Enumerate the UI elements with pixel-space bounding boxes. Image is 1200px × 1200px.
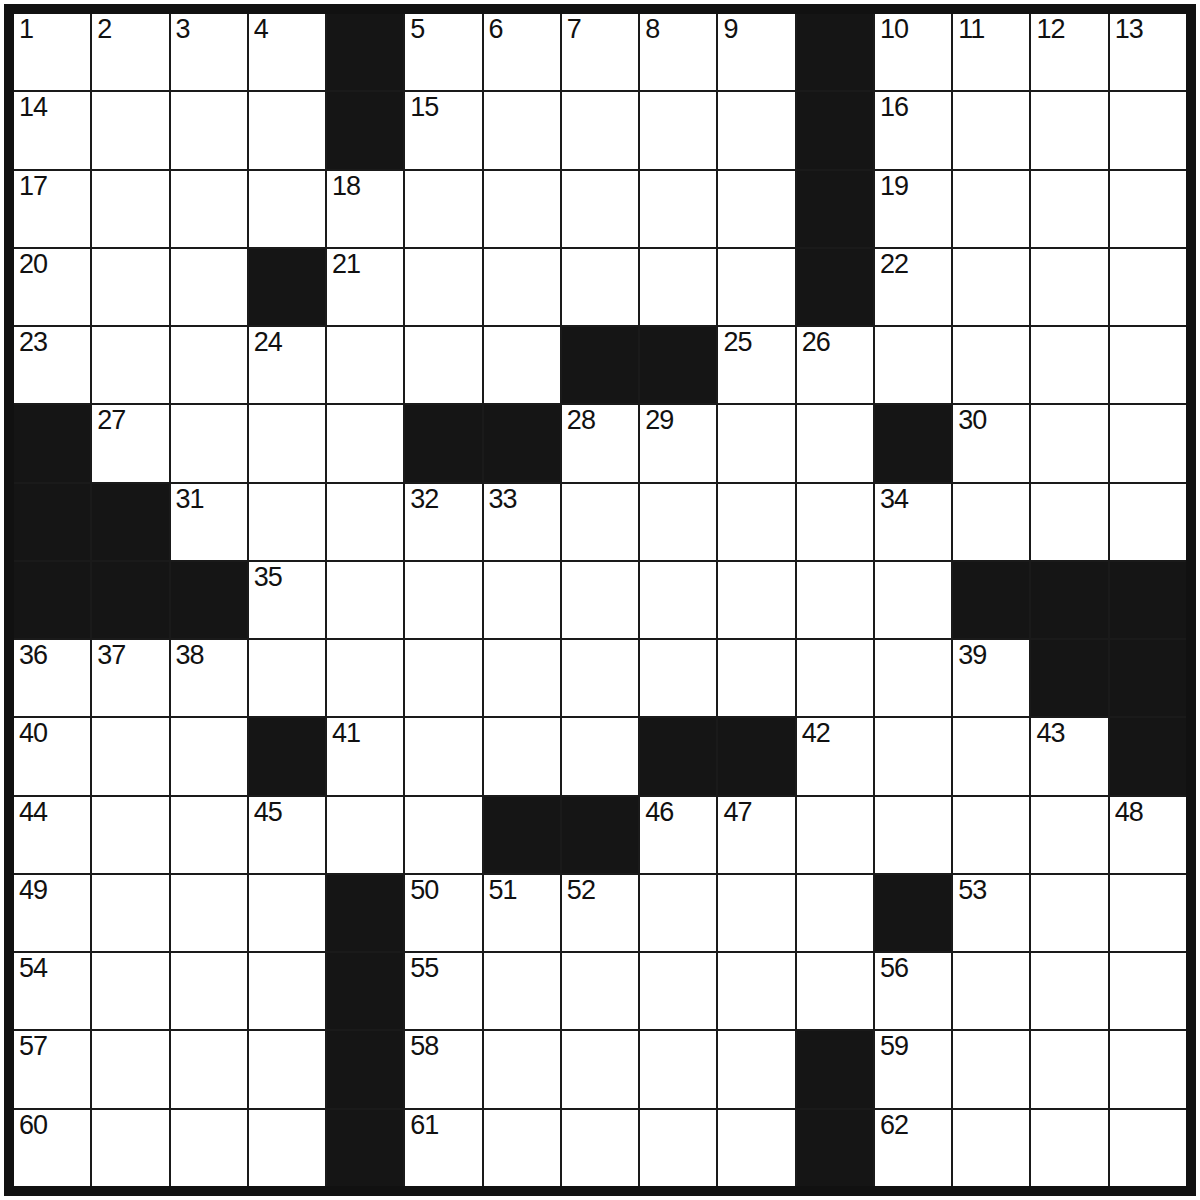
cell-r6c4[interactable] — [249, 405, 325, 481]
clue-number-4: 4 — [254, 15, 268, 43]
cell-r10c6[interactable] — [405, 718, 481, 794]
cell-r12c10[interactable] — [718, 875, 794, 951]
cell-r7c14[interactable] — [1031, 484, 1107, 560]
cell-r5c14[interactable] — [1031, 327, 1107, 403]
clue-number-45: 45 — [254, 798, 282, 826]
cell-r14c8[interactable] — [562, 1031, 638, 1107]
cell-r14c7[interactable] — [484, 1031, 560, 1107]
cell-r11c1[interactable]: 44 — [14, 797, 90, 873]
cell-r13c1[interactable]: 54 — [14, 953, 90, 1029]
cell-r6c10[interactable] — [718, 405, 794, 481]
cell-r2c2[interactable] — [92, 92, 168, 168]
cell-r1c7[interactable]: 6 — [484, 14, 560, 90]
clue-number-7: 7 — [567, 15, 581, 43]
cell-r10c3[interactable] — [171, 718, 247, 794]
cell-r15c1[interactable]: 60 — [14, 1110, 90, 1186]
cell-r3c1[interactable]: 17 — [14, 171, 90, 247]
cell-r11c2[interactable] — [92, 797, 168, 873]
cell-r2c14[interactable] — [1031, 92, 1107, 168]
cell-r15c12[interactable]: 62 — [875, 1110, 951, 1186]
cell-r4c7[interactable] — [484, 249, 560, 325]
black-cell-r4c11 — [797, 249, 873, 325]
cell-r1c3[interactable]: 3 — [171, 14, 247, 90]
cell-r13c7[interactable] — [484, 953, 560, 1029]
clue-number-53: 53 — [958, 876, 986, 904]
crossword-grid: 1234567891011121314151617181920212223242… — [4, 4, 1196, 1196]
cell-r7c11[interactable] — [797, 484, 873, 560]
cell-r5c11[interactable]: 26 — [797, 327, 873, 403]
clue-number-34: 34 — [880, 485, 908, 513]
cell-r15c9[interactable] — [640, 1110, 716, 1186]
cell-r12c13[interactable]: 53 — [953, 875, 1029, 951]
cell-r9c8[interactable] — [562, 640, 638, 716]
cell-r6c9[interactable]: 29 — [640, 405, 716, 481]
cell-r13c4[interactable] — [249, 953, 325, 1029]
cell-r13c13[interactable] — [953, 953, 1029, 1029]
black-cell-r9c15 — [1110, 640, 1186, 716]
clue-number-56: 56 — [880, 954, 908, 982]
cell-r11c13[interactable] — [953, 797, 1029, 873]
clue-number-48: 48 — [1115, 798, 1143, 826]
cell-r13c8[interactable] — [562, 953, 638, 1029]
clue-number-46: 46 — [645, 798, 673, 826]
black-cell-r3c11 — [797, 171, 873, 247]
cell-r10c13[interactable] — [953, 718, 1029, 794]
clue-number-62: 62 — [880, 1111, 908, 1139]
cell-r4c1[interactable]: 20 — [14, 249, 90, 325]
cell-r2c8[interactable] — [562, 92, 638, 168]
clue-number-15: 15 — [410, 93, 438, 121]
cell-r1c6[interactable]: 5 — [405, 14, 481, 90]
cell-r12c4[interactable] — [249, 875, 325, 951]
cell-r15c8[interactable] — [562, 1110, 638, 1186]
clue-number-43: 43 — [1036, 719, 1064, 747]
cell-r10c5[interactable]: 41 — [327, 718, 403, 794]
cell-r1c8[interactable]: 7 — [562, 14, 638, 90]
cell-r15c2[interactable] — [92, 1110, 168, 1186]
cell-r5c13[interactable] — [953, 327, 1029, 403]
black-cell-r11c7 — [484, 797, 560, 873]
black-cell-r5c9 — [640, 327, 716, 403]
cell-r3c2[interactable] — [92, 171, 168, 247]
cell-r9c12[interactable] — [875, 640, 951, 716]
clue-number-57: 57 — [19, 1032, 47, 1060]
cell-r11c6[interactable] — [405, 797, 481, 873]
cell-r8c7[interactable] — [484, 562, 560, 638]
cell-r2c15[interactable] — [1110, 92, 1186, 168]
black-cell-r14c5 — [327, 1031, 403, 1107]
cell-r2c12[interactable]: 16 — [875, 92, 951, 168]
clue-number-9: 9 — [723, 15, 737, 43]
cell-r7c4[interactable] — [249, 484, 325, 560]
cell-r7c5[interactable] — [327, 484, 403, 560]
clue-number-35: 35 — [254, 563, 282, 591]
clue-number-37: 37 — [97, 641, 125, 669]
cell-r11c3[interactable] — [171, 797, 247, 873]
cell-r2c7[interactable] — [484, 92, 560, 168]
cell-r12c2[interactable] — [92, 875, 168, 951]
black-cell-r12c5 — [327, 875, 403, 951]
cell-r1c13[interactable]: 11 — [953, 14, 1029, 90]
cell-r8c11[interactable] — [797, 562, 873, 638]
clue-number-16: 16 — [880, 93, 908, 121]
clue-number-36: 36 — [19, 641, 47, 669]
clue-number-44: 44 — [19, 798, 47, 826]
clue-number-54: 54 — [19, 954, 47, 982]
cell-r6c15[interactable] — [1110, 405, 1186, 481]
clue-number-50: 50 — [410, 876, 438, 904]
cell-r4c15[interactable] — [1110, 249, 1186, 325]
cell-r2c10[interactable] — [718, 92, 794, 168]
black-cell-r6c12 — [875, 405, 951, 481]
clue-number-40: 40 — [19, 719, 47, 747]
cell-r15c14[interactable] — [1031, 1110, 1107, 1186]
cell-r6c2[interactable]: 27 — [92, 405, 168, 481]
cell-r3c5[interactable]: 18 — [327, 171, 403, 247]
cell-r1c9[interactable]: 8 — [640, 14, 716, 90]
cell-r15c13[interactable] — [953, 1110, 1029, 1186]
cell-r6c3[interactable] — [171, 405, 247, 481]
cell-r14c15[interactable] — [1110, 1031, 1186, 1107]
clue-number-42: 42 — [802, 719, 830, 747]
clue-number-26: 26 — [802, 328, 830, 356]
cell-r1c4[interactable]: 4 — [249, 14, 325, 90]
cell-r9c9[interactable] — [640, 640, 716, 716]
cell-r7c9[interactable] — [640, 484, 716, 560]
cell-r10c14[interactable]: 43 — [1031, 718, 1107, 794]
cell-r3c14[interactable] — [1031, 171, 1107, 247]
cell-r15c7[interactable] — [484, 1110, 560, 1186]
clue-number-17: 17 — [19, 172, 47, 200]
cell-r6c5[interactable] — [327, 405, 403, 481]
cell-r6c8[interactable]: 28 — [562, 405, 638, 481]
cell-r9c2[interactable]: 37 — [92, 640, 168, 716]
cell-r12c9[interactable] — [640, 875, 716, 951]
cell-r11c4[interactable]: 45 — [249, 797, 325, 873]
cell-r13c14[interactable] — [1031, 953, 1107, 1029]
black-cell-r7c2 — [92, 484, 168, 560]
cell-r1c2[interactable]: 2 — [92, 14, 168, 90]
cell-r1c1[interactable]: 1 — [14, 14, 90, 90]
black-cell-r2c11 — [797, 92, 873, 168]
clue-number-28: 28 — [567, 406, 595, 434]
cell-r5c2[interactable] — [92, 327, 168, 403]
cell-r10c8[interactable] — [562, 718, 638, 794]
cell-r14c9[interactable] — [640, 1031, 716, 1107]
cell-r12c11[interactable] — [797, 875, 873, 951]
clue-number-32: 32 — [410, 485, 438, 513]
cell-r13c11[interactable] — [797, 953, 873, 1029]
clue-number-22: 22 — [880, 250, 908, 278]
cell-r9c7[interactable] — [484, 640, 560, 716]
cell-r13c10[interactable] — [718, 953, 794, 1029]
cell-r9c6[interactable] — [405, 640, 481, 716]
clue-number-20: 20 — [19, 250, 47, 278]
cell-r11c10[interactable]: 47 — [718, 797, 794, 873]
cell-r13c15[interactable] — [1110, 953, 1186, 1029]
cell-r2c13[interactable] — [953, 92, 1029, 168]
black-cell-r1c5 — [327, 14, 403, 90]
cell-r13c9[interactable] — [640, 953, 716, 1029]
cell-r7c15[interactable] — [1110, 484, 1186, 560]
cell-r6c13[interactable]: 30 — [953, 405, 1029, 481]
clue-number-25: 25 — [723, 328, 751, 356]
clue-number-39: 39 — [958, 641, 986, 669]
black-cell-r4c4 — [249, 249, 325, 325]
clue-number-51: 51 — [489, 876, 517, 904]
cell-r3c13[interactable] — [953, 171, 1029, 247]
cell-r3c3[interactable] — [171, 171, 247, 247]
cell-r13c12[interactable]: 56 — [875, 953, 951, 1029]
cell-r5c10[interactable]: 25 — [718, 327, 794, 403]
cell-r9c1[interactable]: 36 — [14, 640, 90, 716]
black-cell-r15c11 — [797, 1110, 873, 1186]
cell-r12c3[interactable] — [171, 875, 247, 951]
black-cell-r9c14 — [1031, 640, 1107, 716]
clue-number-8: 8 — [645, 15, 659, 43]
clue-number-3: 3 — [176, 15, 190, 43]
cell-r8c12[interactable] — [875, 562, 951, 638]
cell-r15c6[interactable]: 61 — [405, 1110, 481, 1186]
black-cell-r14c11 — [797, 1031, 873, 1107]
cell-r6c11[interactable] — [797, 405, 873, 481]
black-cell-r8c2 — [92, 562, 168, 638]
cell-r14c14[interactable] — [1031, 1031, 1107, 1107]
cell-r5c1[interactable]: 23 — [14, 327, 90, 403]
cell-r12c7[interactable]: 51 — [484, 875, 560, 951]
cell-r3c9[interactable] — [640, 171, 716, 247]
cell-r7c8[interactable] — [562, 484, 638, 560]
cell-r7c7[interactable]: 33 — [484, 484, 560, 560]
cell-r12c14[interactable] — [1031, 875, 1107, 951]
black-cell-r6c1 — [14, 405, 90, 481]
crossword-page: 1234567891011121314151617181920212223242… — [0, 0, 1200, 1200]
cell-r14c3[interactable] — [171, 1031, 247, 1107]
clue-number-19: 19 — [880, 172, 908, 200]
clue-number-5: 5 — [410, 15, 424, 43]
cell-r8c9[interactable] — [640, 562, 716, 638]
black-cell-r8c13 — [953, 562, 1029, 638]
cell-r11c5[interactable] — [327, 797, 403, 873]
black-cell-r10c15 — [1110, 718, 1186, 794]
cell-r4c3[interactable] — [171, 249, 247, 325]
cell-r3c7[interactable] — [484, 171, 560, 247]
clue-number-6: 6 — [489, 15, 503, 43]
cell-r14c10[interactable] — [718, 1031, 794, 1107]
cell-r3c12[interactable]: 19 — [875, 171, 951, 247]
black-cell-r2c5 — [327, 92, 403, 168]
cell-r9c3[interactable]: 38 — [171, 640, 247, 716]
black-cell-r10c10 — [718, 718, 794, 794]
cell-r14c13[interactable] — [953, 1031, 1029, 1107]
cell-r15c10[interactable] — [718, 1110, 794, 1186]
cell-r8c8[interactable] — [562, 562, 638, 638]
black-cell-r10c9 — [640, 718, 716, 794]
cell-r7c6[interactable]: 32 — [405, 484, 481, 560]
cell-r13c6[interactable]: 55 — [405, 953, 481, 1029]
cell-r6c14[interactable] — [1031, 405, 1107, 481]
cell-r5c12[interactable] — [875, 327, 951, 403]
cell-r11c14[interactable] — [1031, 797, 1107, 873]
cell-r2c4[interactable] — [249, 92, 325, 168]
cell-r11c11[interactable] — [797, 797, 873, 873]
black-cell-r1c11 — [797, 14, 873, 90]
cell-r10c12[interactable] — [875, 718, 951, 794]
cell-r5c5[interactable] — [327, 327, 403, 403]
cell-r7c10[interactable] — [718, 484, 794, 560]
cell-r12c1[interactable]: 49 — [14, 875, 90, 951]
cell-r8c4[interactable]: 35 — [249, 562, 325, 638]
cell-r13c2[interactable] — [92, 953, 168, 1029]
clue-number-12: 12 — [1036, 15, 1064, 43]
cell-r4c2[interactable] — [92, 249, 168, 325]
clue-number-52: 52 — [567, 876, 595, 904]
cell-r11c15[interactable]: 48 — [1110, 797, 1186, 873]
cell-r15c15[interactable] — [1110, 1110, 1186, 1186]
black-cell-r12c12 — [875, 875, 951, 951]
black-cell-r8c15 — [1110, 562, 1186, 638]
cell-r12c8[interactable]: 52 — [562, 875, 638, 951]
clue-number-58: 58 — [410, 1032, 438, 1060]
clue-number-29: 29 — [645, 406, 673, 434]
black-cell-r8c14 — [1031, 562, 1107, 638]
black-cell-r11c8 — [562, 797, 638, 873]
clue-number-13: 13 — [1115, 15, 1143, 43]
cell-r9c4[interactable] — [249, 640, 325, 716]
cell-r2c9[interactable] — [640, 92, 716, 168]
cell-r1c12[interactable]: 10 — [875, 14, 951, 90]
clue-number-11: 11 — [958, 15, 984, 43]
cell-r4c9[interactable] — [640, 249, 716, 325]
cell-r4c14[interactable] — [1031, 249, 1107, 325]
cell-r4c6[interactable] — [405, 249, 481, 325]
clue-number-41: 41 — [332, 719, 360, 747]
cell-r14c6[interactable]: 58 — [405, 1031, 481, 1107]
cell-r3c10[interactable] — [718, 171, 794, 247]
cell-r14c4[interactable] — [249, 1031, 325, 1107]
clue-number-55: 55 — [410, 954, 438, 982]
clue-number-23: 23 — [19, 328, 47, 356]
cell-r1c10[interactable]: 9 — [718, 14, 794, 90]
clue-number-38: 38 — [176, 641, 204, 669]
clue-number-61: 61 — [410, 1111, 438, 1139]
cell-r15c4[interactable] — [249, 1110, 325, 1186]
black-cell-r6c6 — [405, 405, 481, 481]
cell-r5c15[interactable] — [1110, 327, 1186, 403]
cell-r11c12[interactable] — [875, 797, 951, 873]
clue-number-1: 1 — [19, 15, 33, 43]
black-cell-r8c1 — [14, 562, 90, 638]
clue-number-14: 14 — [19, 93, 47, 121]
cell-r2c1[interactable]: 14 — [14, 92, 90, 168]
black-cell-r15c5 — [327, 1110, 403, 1186]
cell-r3c15[interactable] — [1110, 171, 1186, 247]
cell-r3c6[interactable] — [405, 171, 481, 247]
cell-r15c3[interactable] — [171, 1110, 247, 1186]
cell-r10c2[interactable] — [92, 718, 168, 794]
clue-number-31: 31 — [176, 485, 204, 513]
black-cell-r8c3 — [171, 562, 247, 638]
cell-r4c10[interactable] — [718, 249, 794, 325]
cell-r9c13[interactable]: 39 — [953, 640, 1029, 716]
cell-r1c15[interactable]: 13 — [1110, 14, 1186, 90]
clue-number-2: 2 — [97, 15, 111, 43]
cell-r12c15[interactable] — [1110, 875, 1186, 951]
cell-r5c7[interactable] — [484, 327, 560, 403]
cell-r7c3[interactable]: 31 — [171, 484, 247, 560]
cell-r1c14[interactable]: 12 — [1031, 14, 1107, 90]
cell-r10c7[interactable] — [484, 718, 560, 794]
clue-number-60: 60 — [19, 1111, 47, 1139]
black-cell-r5c8 — [562, 327, 638, 403]
clue-number-49: 49 — [19, 876, 47, 904]
cell-r8c5[interactable] — [327, 562, 403, 638]
cell-r14c1[interactable]: 57 — [14, 1031, 90, 1107]
cell-r14c2[interactable] — [92, 1031, 168, 1107]
cell-r3c8[interactable] — [562, 171, 638, 247]
clue-number-27: 27 — [97, 406, 125, 434]
cell-r7c13[interactable] — [953, 484, 1029, 560]
cell-r5c4[interactable]: 24 — [249, 327, 325, 403]
black-cell-r7c1 — [14, 484, 90, 560]
cell-r10c11[interactable]: 42 — [797, 718, 873, 794]
cell-r9c5[interactable] — [327, 640, 403, 716]
clue-number-18: 18 — [332, 172, 360, 200]
cell-r11c9[interactable]: 46 — [640, 797, 716, 873]
cell-r8c10[interactable] — [718, 562, 794, 638]
cell-r4c13[interactable] — [953, 249, 1029, 325]
clue-number-24: 24 — [254, 328, 282, 356]
cell-r5c6[interactable] — [405, 327, 481, 403]
clue-number-33: 33 — [489, 485, 517, 513]
black-cell-r10c4 — [249, 718, 325, 794]
cell-r7c12[interactable]: 34 — [875, 484, 951, 560]
cell-r4c8[interactable] — [562, 249, 638, 325]
clue-number-47: 47 — [723, 798, 751, 826]
cell-r5c3[interactable] — [171, 327, 247, 403]
cell-r12c6[interactable]: 50 — [405, 875, 481, 951]
cell-r3c4[interactable] — [249, 171, 325, 247]
cell-r9c10[interactable] — [718, 640, 794, 716]
clue-number-30: 30 — [958, 406, 986, 434]
cell-r9c11[interactable] — [797, 640, 873, 716]
cell-r14c12[interactable]: 59 — [875, 1031, 951, 1107]
cell-r13c3[interactable] — [171, 953, 247, 1029]
clue-number-59: 59 — [880, 1032, 908, 1060]
cell-r8c6[interactable] — [405, 562, 481, 638]
cell-r4c5[interactable]: 21 — [327, 249, 403, 325]
black-cell-r6c7 — [484, 405, 560, 481]
cell-r2c3[interactable] — [171, 92, 247, 168]
clue-number-21: 21 — [332, 250, 360, 278]
cell-r10c1[interactable]: 40 — [14, 718, 90, 794]
cell-r2c6[interactable]: 15 — [405, 92, 481, 168]
clue-number-10: 10 — [880, 15, 908, 43]
black-cell-r13c5 — [327, 953, 403, 1029]
cell-r4c12[interactable]: 22 — [875, 249, 951, 325]
